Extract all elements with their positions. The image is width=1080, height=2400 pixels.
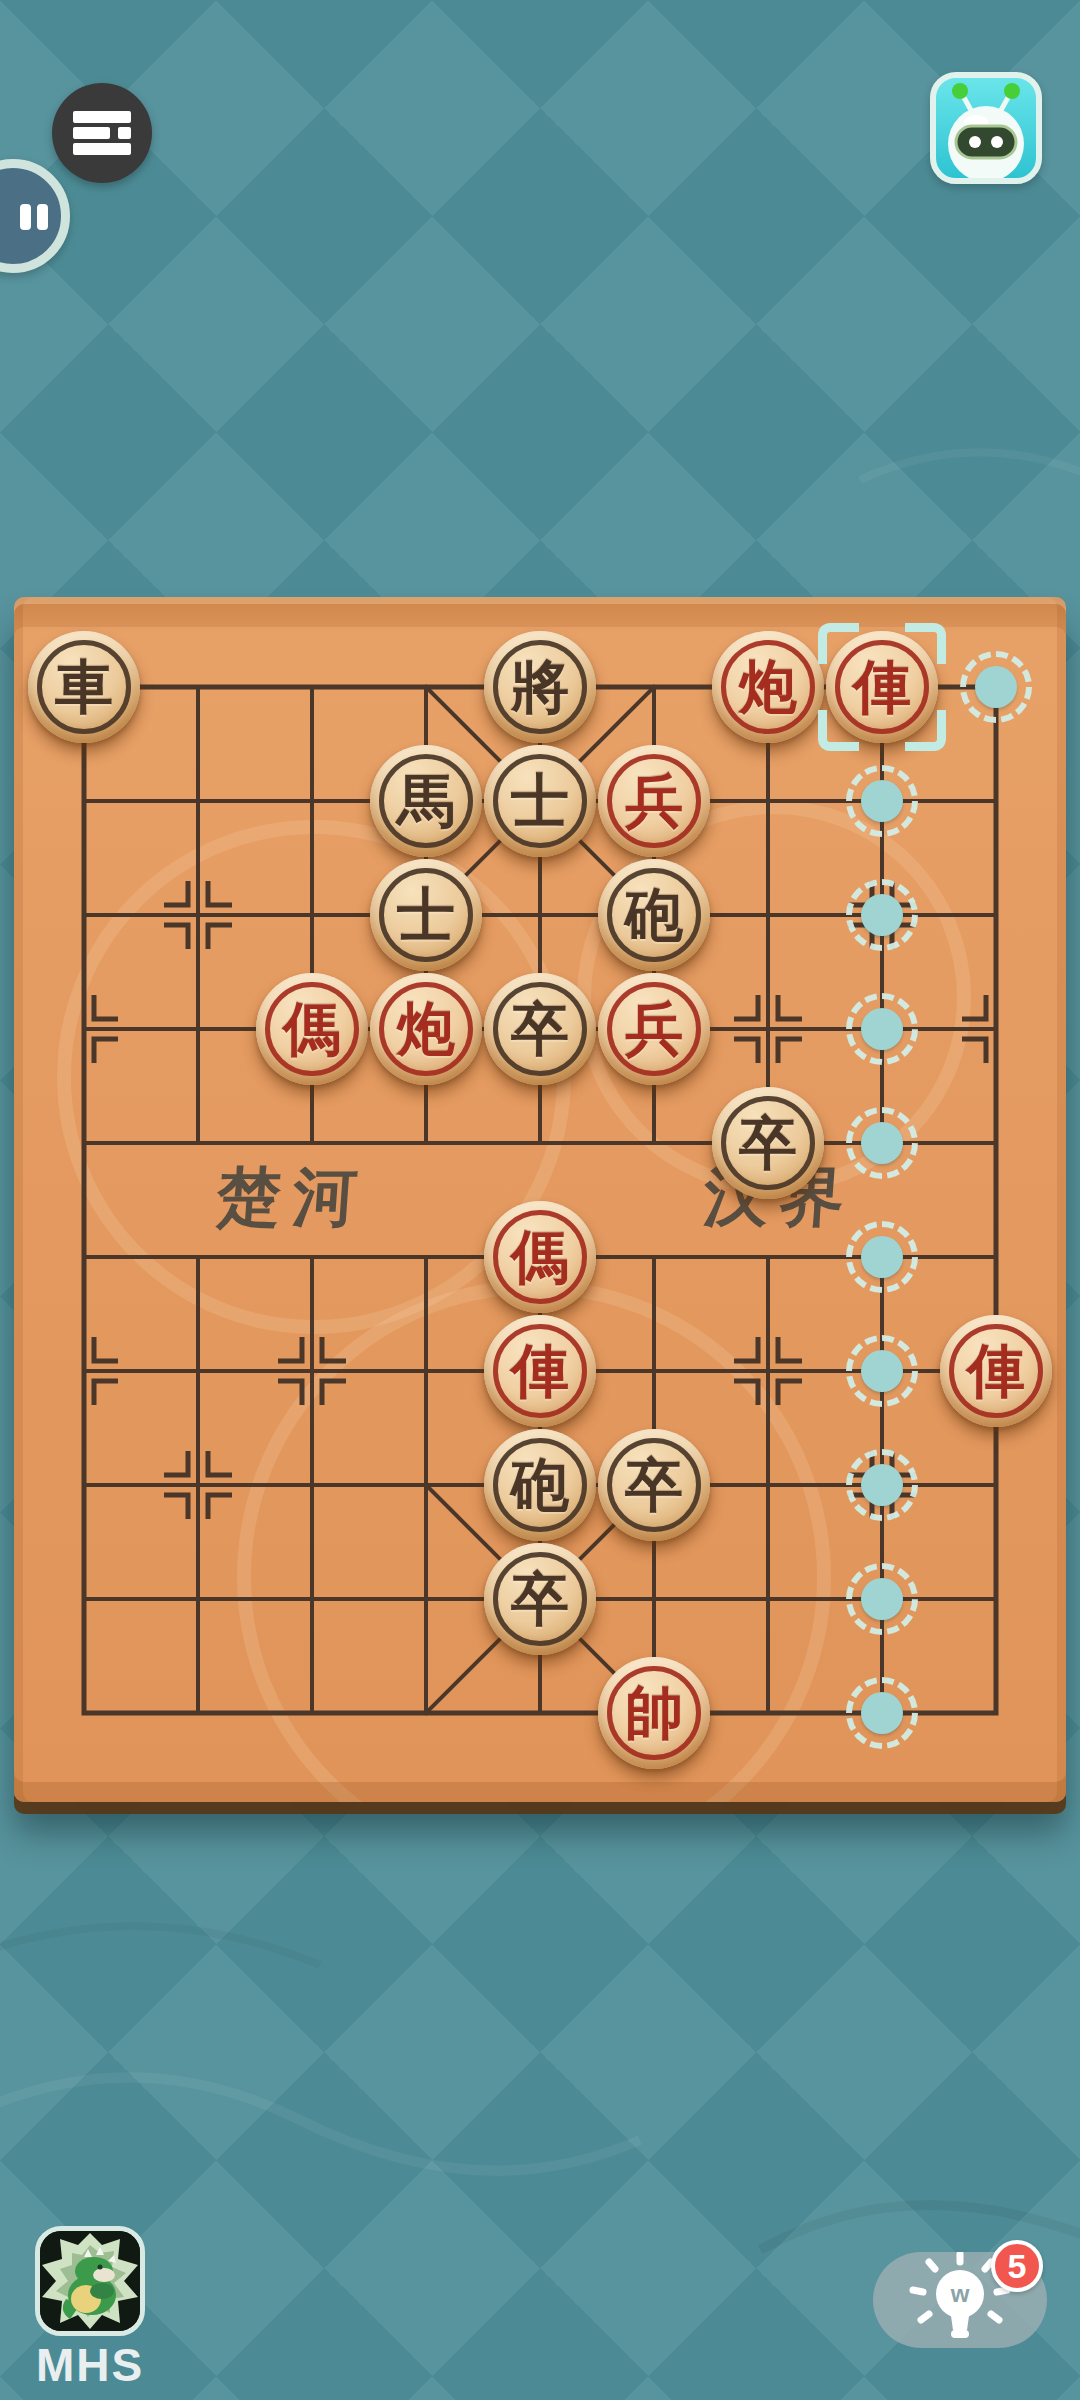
river-text-left: 楚河 <box>214 1154 372 1241</box>
piece-black-advisor[interactable]: 士 <box>370 859 482 971</box>
piece-black-soldier[interactable]: 卒 <box>598 1429 710 1541</box>
piece-red-soldier[interactable]: 兵 <box>598 973 710 1085</box>
move-hint-dot[interactable] <box>861 1464 903 1506</box>
piece-glyph: 兵 <box>625 1000 683 1058</box>
piece-black-advisor[interactable]: 士 <box>484 745 596 857</box>
move-hint-dot[interactable] <box>861 1578 903 1620</box>
robot-button[interactable] <box>930 72 1042 184</box>
piece-red-cannon[interactable]: 炮 <box>370 973 482 1085</box>
avatar-image <box>40 2231 140 2331</box>
move-hint-dot[interactable] <box>861 1236 903 1278</box>
move-hint-dot[interactable] <box>861 1008 903 1050</box>
piece-glyph: 卒 <box>511 1000 569 1058</box>
piece-glyph: 士 <box>511 772 569 830</box>
piece-glyph: 俥 <box>967 1342 1025 1400</box>
piece-black-general[interactable]: 將 <box>484 631 596 743</box>
piece-red-horse[interactable]: 傌 <box>256 973 368 1085</box>
piece-glyph: 將 <box>511 658 569 716</box>
player-avatar[interactable] <box>35 2226 145 2336</box>
piece-black-cannon[interactable]: 砲 <box>598 859 710 971</box>
svg-text:w: w <box>950 2280 970 2307</box>
piece-black-soldier[interactable]: 卒 <box>712 1087 824 1199</box>
piece-glyph: 卒 <box>511 1570 569 1628</box>
move-hint-dot[interactable] <box>861 780 903 822</box>
menu-button[interactable] <box>52 83 152 183</box>
player-name-label: MHS <box>35 2338 145 2392</box>
piece-red-soldier[interactable]: 兵 <box>598 745 710 857</box>
piece-glyph: 砲 <box>625 886 683 944</box>
xiangqi-board: 楚河 汉界 車將炮俥馬士兵士砲傌炮卒兵卒傌俥俥砲卒卒帥 <box>14 597 1066 1802</box>
piece-black-cannon[interactable]: 砲 <box>484 1429 596 1541</box>
piece-glyph: 車 <box>55 658 113 716</box>
move-hint-dot[interactable] <box>861 1122 903 1164</box>
piece-glyph: 俥 <box>511 1342 569 1400</box>
piece-glyph: 馬 <box>397 772 455 830</box>
piece-glyph: 傌 <box>511 1228 569 1286</box>
piece-glyph: 卒 <box>739 1114 797 1172</box>
piece-red-chariot[interactable]: 俥 <box>484 1315 596 1427</box>
piece-red-horse[interactable]: 傌 <box>484 1201 596 1313</box>
hint-button[interactable]: w 5 <box>873 2252 1047 2348</box>
piece-glyph: 卒 <box>625 1456 683 1514</box>
piece-glyph: 炮 <box>397 1000 455 1058</box>
piece-black-soldier[interactable]: 卒 <box>484 1543 596 1655</box>
move-hint-dot[interactable] <box>861 1350 903 1392</box>
piece-red-cannon[interactable]: 炮 <box>712 631 824 743</box>
piece-black-soldier[interactable]: 卒 <box>484 973 596 1085</box>
hint-count-badge: 5 <box>991 2240 1043 2292</box>
piece-black-chariot[interactable]: 車 <box>28 631 140 743</box>
piece-glyph: 炮 <box>739 658 797 716</box>
piece-red-general[interactable]: 帥 <box>598 1657 710 1769</box>
piece-glyph: 帥 <box>625 1684 683 1742</box>
piece-glyph: 傌 <box>283 1000 341 1058</box>
piece-red-chariot[interactable]: 俥 <box>826 631 938 743</box>
side-drawer-button[interactable] <box>0 159 70 273</box>
move-hint-dot[interactable] <box>975 666 1017 708</box>
piece-black-horse[interactable]: 馬 <box>370 745 482 857</box>
robot-icon <box>936 78 1036 178</box>
piece-glyph: 俥 <box>853 658 911 716</box>
move-hint-dot[interactable] <box>861 894 903 936</box>
piece-glyph: 士 <box>397 886 455 944</box>
piece-glyph: 兵 <box>625 772 683 830</box>
piece-glyph: 砲 <box>511 1456 569 1514</box>
game-screen: 楚河 汉界 車將炮俥馬士兵士砲傌炮卒兵卒傌俥俥砲卒卒帥 <box>0 0 1080 2400</box>
piece-red-chariot[interactable]: 俥 <box>940 1315 1052 1427</box>
move-hint-dot[interactable] <box>861 1692 903 1734</box>
